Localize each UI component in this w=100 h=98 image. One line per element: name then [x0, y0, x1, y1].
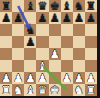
white-king-e1[interactable]: ♚: [50, 84, 60, 95]
white-pawn-c2[interactable]: ♟: [25, 72, 35, 83]
square-h5[interactable]: [85, 36, 97, 48]
chess-board: ♜♝♛♚♝♞♜♟♟♟♟♟♟♟♞♟♟♝♟♟♟♟♟♟♟♜♞♝♛♚♞♜: [0, 0, 97, 96]
square-a4[interactable]: [0, 48, 12, 60]
square-g4[interactable]: [73, 48, 85, 60]
black-pawn-f7[interactable]: ♟: [62, 12, 72, 23]
white-pawn-a2[interactable]: ♟: [1, 72, 11, 83]
square-h6[interactable]: [85, 24, 97, 36]
square-a7[interactable]: ♟: [0, 12, 12, 24]
square-c5[interactable]: ♟: [24, 36, 36, 48]
square-b4[interactable]: [12, 48, 24, 60]
square-h7[interactable]: ♟: [85, 12, 97, 24]
black-pawn-a7[interactable]: ♟: [1, 12, 11, 23]
white-bishop-d3[interactable]: ♝: [38, 60, 48, 71]
square-h1[interactable]: ♜: [85, 84, 97, 96]
white-bishop-c1[interactable]: ♝: [25, 84, 35, 95]
black-pawn-d7[interactable]: ♟: [38, 12, 48, 23]
square-b1[interactable]: ♞: [12, 84, 24, 96]
white-knight-g1[interactable]: ♞: [74, 84, 84, 95]
white-pawn-b2[interactable]: ♟: [13, 72, 23, 83]
square-c8[interactable]: ♝: [24, 0, 36, 12]
square-e7[interactable]: ♟: [49, 12, 61, 24]
white-rook-h1[interactable]: ♜: [86, 84, 96, 95]
white-knight-b1[interactable]: ♞: [13, 84, 23, 95]
black-pawn-g7[interactable]: ♟: [74, 12, 84, 23]
square-f6[interactable]: [61, 24, 73, 36]
black-pawn-b7[interactable]: ♟: [13, 12, 23, 23]
white-pawn-f2[interactable]: ♟: [62, 72, 72, 83]
square-a1[interactable]: ♜: [0, 84, 12, 96]
square-d5[interactable]: [36, 36, 48, 48]
white-queen-d1[interactable]: ♛: [38, 84, 48, 95]
square-g7[interactable]: ♟: [73, 12, 85, 24]
square-e6[interactable]: [49, 24, 61, 36]
white-rook-a1[interactable]: ♜: [1, 84, 11, 95]
white-pawn-d2[interactable]: ♟: [38, 72, 48, 83]
square-f7[interactable]: ♟: [61, 12, 73, 24]
square-d7[interactable]: ♟: [36, 12, 48, 24]
white-pawn-g2[interactable]: ♟: [74, 72, 84, 83]
black-knight-g8[interactable]: ♞: [74, 0, 84, 11]
black-pawn-c5[interactable]: ♟: [25, 36, 35, 47]
square-c1[interactable]: ♝: [24, 84, 36, 96]
white-pawn-e4[interactable]: ♟: [50, 48, 60, 59]
black-rook-h8[interactable]: ♜: [86, 0, 96, 11]
black-bishop-f8[interactable]: ♝: [62, 0, 72, 11]
black-pawn-h7[interactable]: ♟: [86, 12, 96, 23]
square-g1[interactable]: ♞: [73, 84, 85, 96]
square-b6[interactable]: [12, 24, 24, 36]
black-pawn-e7[interactable]: ♟: [50, 12, 60, 23]
square-e3[interactable]: [49, 60, 61, 72]
square-f5[interactable]: [61, 36, 73, 48]
square-a6[interactable]: [0, 24, 12, 36]
black-queen-d8[interactable]: ♛: [38, 0, 48, 11]
square-e4[interactable]: ♟: [49, 48, 61, 60]
square-f2[interactable]: ♟: [61, 72, 73, 84]
square-d6[interactable]: [36, 24, 48, 36]
black-king-e8[interactable]: ♚: [50, 0, 60, 11]
square-d1[interactable]: ♛: [36, 84, 48, 96]
square-f1[interactable]: [61, 84, 73, 96]
square-b7[interactable]: ♟: [12, 12, 24, 24]
white-pawn-h2[interactable]: ♟: [86, 72, 96, 83]
square-e1[interactable]: ♚: [49, 84, 61, 96]
square-h4[interactable]: [85, 48, 97, 60]
square-f4[interactable]: [61, 48, 73, 60]
square-g5[interactable]: [73, 36, 85, 48]
square-g6[interactable]: [73, 24, 85, 36]
square-b5[interactable]: [12, 36, 24, 48]
black-knight-c6[interactable]: ♞: [25, 24, 35, 35]
black-rook-a8[interactable]: ♜: [1, 0, 11, 11]
chess-app: ♜♝♛♚♝♞♜♟♟♟♟♟♟♟♞♟♟♝♟♟♟♟♟♟♟♜♞♝♛♚♞♜: [0, 0, 100, 98]
black-bishop-c8[interactable]: ♝: [25, 0, 35, 11]
square-a5[interactable]: [0, 36, 12, 48]
square-c4[interactable]: [24, 48, 36, 60]
